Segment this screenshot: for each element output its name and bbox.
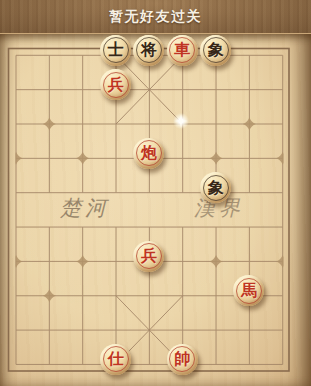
piece-black-general[interactable]: 将	[133, 35, 164, 66]
xiangqi-screen: 暂无好友过关 楚河 漢界 士将車象兵炮象兵馬仕帥	[0, 0, 311, 386]
piece-red-soldier[interactable]: 兵	[133, 241, 164, 272]
piece-label: 士	[108, 42, 124, 58]
piece-red-cannon[interactable]: 炮	[133, 138, 164, 169]
piece-label: 炮	[141, 145, 157, 161]
piece-label: 帥	[174, 351, 190, 367]
piece-label: 将	[141, 42, 157, 58]
piece-label: 馬	[241, 283, 257, 299]
piece-label: 車	[174, 42, 190, 58]
piece-red-chariot[interactable]: 車	[167, 35, 198, 66]
piece-red-soldier[interactable]: 兵	[100, 69, 131, 100]
piece-black-elephant[interactable]: 象	[200, 172, 231, 203]
piece-label: 象	[208, 42, 224, 58]
effect-sparkle	[173, 113, 189, 129]
piece-black-elephant[interactable]: 象	[200, 35, 231, 66]
piece-red-general[interactable]: 帥	[167, 344, 198, 375]
piece-red-horse[interactable]: 馬	[233, 275, 264, 306]
xiangqi-board[interactable]: 士将車象兵炮象兵馬仕帥	[0, 38, 299, 381]
piece-black-advisor[interactable]: 士	[100, 35, 131, 66]
piece-label: 仕	[108, 351, 124, 367]
piece-label: 象	[208, 180, 224, 196]
piece-red-advisor[interactable]: 仕	[100, 344, 131, 375]
piece-label: 兵	[108, 77, 124, 93]
piece-label: 兵	[141, 248, 157, 264]
